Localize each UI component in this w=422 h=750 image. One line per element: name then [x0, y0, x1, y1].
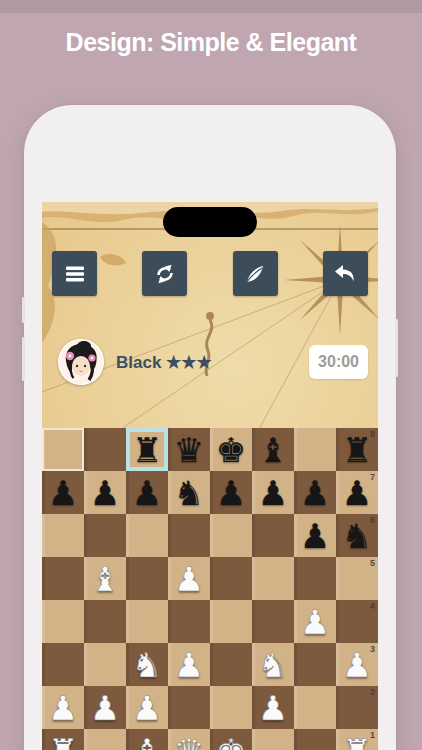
app-screen: Black ★★★ 30:00 ♜♛♚♝♜8♟♟♟♞♟♟♟♟7♟♞6♝♟5♟4♞…: [42, 202, 378, 750]
phone-mockup: Black ★★★ 30:00 ♜♛♚♝♜8♟♟♟♞♟♟♟♟7♟♞6♝♟5♟4♞…: [24, 105, 396, 750]
square-c8[interactable]: ♜: [126, 428, 168, 471]
square-e4[interactable]: [210, 600, 252, 643]
square-b7[interactable]: ♟: [84, 471, 126, 514]
square-c3[interactable]: ♞: [126, 643, 168, 686]
square-a7[interactable]: ♟: [42, 471, 84, 514]
refresh-cycle-icon: [152, 261, 178, 287]
black-pawn: ♟: [300, 476, 330, 510]
square-e8[interactable]: ♚: [210, 428, 252, 471]
phone-notch: [163, 207, 257, 237]
square-d7[interactable]: ♞: [168, 471, 210, 514]
white-pawn: ♟: [300, 605, 330, 639]
toolbar: [42, 251, 378, 296]
square-b2[interactable]: ♟: [84, 686, 126, 729]
undo-button[interactable]: [323, 251, 368, 296]
white-knight: ♞: [258, 648, 288, 682]
square-g4[interactable]: ♟: [294, 600, 336, 643]
power-button: [395, 319, 398, 377]
rank-label-2: 2: [370, 687, 375, 697]
black-pawn: ♟: [216, 476, 246, 510]
square-c1[interactable]: ♝: [126, 729, 168, 750]
square-g1[interactable]: [294, 729, 336, 750]
player-name-rating: Black ★★★: [116, 352, 212, 373]
feather-icon: [243, 262, 267, 286]
square-f3[interactable]: ♞: [252, 643, 294, 686]
square-f2[interactable]: ♟: [252, 686, 294, 729]
black-pawn: ♟: [90, 476, 120, 510]
square-h1[interactable]: ♜1: [336, 729, 378, 750]
white-pawn: ♟: [342, 648, 372, 682]
square-c6[interactable]: [126, 514, 168, 557]
square-d1[interactable]: ♛: [168, 729, 210, 750]
edit-button[interactable]: [233, 251, 278, 296]
square-g7[interactable]: ♟: [294, 471, 336, 514]
square-b4[interactable]: [84, 600, 126, 643]
menu-button[interactable]: [52, 251, 97, 296]
square-d5[interactable]: ♟: [168, 557, 210, 600]
square-c5[interactable]: [126, 557, 168, 600]
square-h4[interactable]: 4: [336, 600, 378, 643]
black-knight: ♞: [342, 519, 372, 553]
square-a3[interactable]: [42, 643, 84, 686]
white-rook: ♜: [342, 734, 372, 750]
square-d2[interactable]: [168, 686, 210, 729]
white-queen: ♛: [174, 734, 204, 750]
white-pawn: ♟: [174, 648, 204, 682]
undo-arrow-icon: [332, 261, 358, 287]
square-a4[interactable]: [42, 600, 84, 643]
menu-icon: [63, 262, 87, 286]
square-h8[interactable]: ♜8: [336, 428, 378, 471]
white-bishop: ♝: [132, 734, 162, 750]
white-bishop: ♝: [90, 562, 120, 596]
black-pawn: ♟: [300, 519, 330, 553]
white-pawn: ♟: [132, 691, 162, 725]
avatar-girl-illustration: [58, 339, 104, 385]
square-h2[interactable]: 2: [336, 686, 378, 729]
square-e5[interactable]: [210, 557, 252, 600]
square-b1[interactable]: [84, 729, 126, 750]
square-c7[interactable]: ♟: [126, 471, 168, 514]
square-e7[interactable]: ♟: [210, 471, 252, 514]
white-pawn: ♟: [90, 691, 120, 725]
rank-label-6: 6: [370, 515, 375, 525]
map-artwork: [42, 202, 378, 442]
square-g8[interactable]: [294, 428, 336, 471]
white-knight: ♞: [132, 648, 162, 682]
square-f7[interactable]: ♟: [252, 471, 294, 514]
square-a5[interactable]: [42, 557, 84, 600]
square-e2[interactable]: [210, 686, 252, 729]
rank-label-3: 3: [370, 644, 375, 654]
square-h3[interactable]: ♟3: [336, 643, 378, 686]
black-knight: ♞: [174, 476, 204, 510]
square-a8[interactable]: [42, 428, 84, 471]
white-pawn: ♟: [258, 691, 288, 725]
black-king: ♚: [216, 433, 246, 467]
player-avatar: [58, 339, 104, 385]
square-a2[interactable]: ♟: [42, 686, 84, 729]
square-f4[interactable]: [252, 600, 294, 643]
square-d3[interactable]: ♟: [168, 643, 210, 686]
square-e1[interactable]: ♚: [210, 729, 252, 750]
square-d8[interactable]: ♛: [168, 428, 210, 471]
square-h6[interactable]: ♞6: [336, 514, 378, 557]
square-c4[interactable]: [126, 600, 168, 643]
black-pawn: ♟: [132, 476, 162, 510]
square-a1[interactable]: ♜: [42, 729, 84, 750]
square-c2[interactable]: ♟: [126, 686, 168, 729]
square-g6[interactable]: ♟: [294, 514, 336, 557]
black-rook: ♜: [342, 433, 372, 467]
square-h5[interactable]: 5: [336, 557, 378, 600]
square-h7[interactable]: ♟7: [336, 471, 378, 514]
square-b3[interactable]: [84, 643, 126, 686]
clock-timer: 30:00: [309, 345, 368, 379]
square-d6[interactable]: [168, 514, 210, 557]
square-f6[interactable]: [252, 514, 294, 557]
square-e6[interactable]: [210, 514, 252, 557]
black-pawn: ♟: [342, 476, 372, 510]
square-g3[interactable]: [294, 643, 336, 686]
black-bishop: ♝: [258, 433, 288, 467]
rank-label-4: 4: [370, 601, 375, 611]
black-rook: ♜: [132, 433, 162, 467]
square-e3[interactable]: [210, 643, 252, 686]
rank-label-8: 8: [370, 429, 375, 439]
square-f1[interactable]: [252, 729, 294, 750]
volume-button: [22, 297, 25, 323]
new-game-button[interactable]: [142, 251, 187, 296]
volume-button: [22, 337, 25, 381]
rank-label-5: 5: [370, 558, 375, 568]
chess-board: ♜♛♚♝♜8♟♟♟♞♟♟♟♟7♟♞6♝♟5♟4♞♟♞♟3♟♟♟♟2♜♝♛♚♜1: [42, 428, 378, 750]
rank-label-1: 1: [370, 730, 375, 740]
black-pawn: ♟: [258, 476, 288, 510]
square-f8[interactable]: ♝: [252, 428, 294, 471]
square-b8[interactable]: [84, 428, 126, 471]
white-pawn: ♟: [48, 691, 78, 725]
white-king: ♚: [216, 734, 246, 750]
square-f5[interactable]: [252, 557, 294, 600]
black-pawn: ♟: [48, 476, 78, 510]
player-row: Black ★★★ 30:00: [42, 337, 378, 387]
status-dim-strip: [0, 0, 422, 13]
square-a6[interactable]: [42, 514, 84, 557]
square-b5[interactable]: ♝: [84, 557, 126, 600]
white-rook: ♜: [48, 734, 78, 750]
rank-label-7: 7: [370, 472, 375, 482]
square-g2[interactable]: [294, 686, 336, 729]
white-pawn: ♟: [174, 562, 204, 596]
square-b6[interactable]: [84, 514, 126, 557]
square-g5[interactable]: [294, 557, 336, 600]
promo-title: Design: Simple & Elegant: [0, 28, 422, 57]
black-queen: ♛: [174, 433, 204, 467]
square-d4[interactable]: [168, 600, 210, 643]
